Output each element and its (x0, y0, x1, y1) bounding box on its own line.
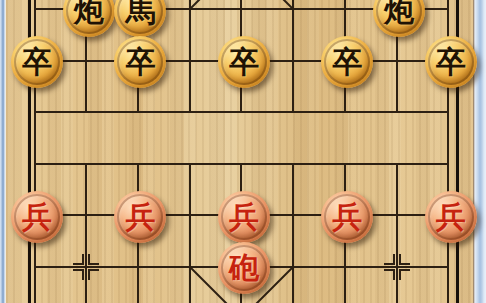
piece-red-soldier[interactable]: 兵 (218, 191, 270, 243)
piece-black-horse[interactable]: 馬 (114, 0, 166, 37)
piece-glyph: 炮 (74, 0, 104, 26)
file-line-3-lower (189, 163, 191, 303)
piece-glyph: 砲 (229, 253, 259, 283)
marker-corner-tr (88, 254, 99, 265)
piece-red-soldier[interactable]: 兵 (114, 191, 166, 243)
piece-glyph: 卒 (125, 47, 155, 77)
piece-red-soldier[interactable]: 兵 (425, 191, 477, 243)
piece-red-soldier[interactable]: 兵 (321, 191, 373, 243)
marker-corner-tr (399, 254, 410, 265)
marker-corner-bl (384, 269, 395, 280)
file-line-7-lower (396, 163, 398, 303)
piece-glyph: 兵 (332, 202, 362, 232)
file-line-5-upper (292, 0, 294, 113)
piece-glyph: 兵 (125, 202, 155, 232)
piece-glyph: 卒 (229, 47, 259, 77)
piece-glyph: 卒 (332, 47, 362, 77)
piece-glyph: 炮 (384, 0, 414, 26)
marker-corner-br (399, 269, 410, 280)
piece-black-soldier[interactable]: 卒 (114, 36, 166, 88)
piece-red-soldier[interactable]: 兵 (11, 191, 63, 243)
piece-glyph: 馬 (125, 0, 155, 26)
xiangqi-board-screenshot: 炮馬炮卒卒卒卒卒兵兵兵兵兵砲 (0, 0, 486, 303)
piece-glyph: 卒 (436, 47, 466, 77)
file-line-5-lower (292, 163, 294, 303)
marker-corner-br (88, 269, 99, 280)
piece-glyph: 兵 (229, 202, 259, 232)
piece-glyph: 兵 (22, 202, 52, 232)
piece-black-cannon[interactable]: 炮 (373, 0, 425, 37)
piece-black-cannon[interactable]: 炮 (63, 0, 115, 37)
piece-black-soldier[interactable]: 卒 (11, 36, 63, 88)
marker-corner-tl (73, 254, 84, 265)
marker-corner-bl (73, 269, 84, 280)
piece-glyph: 卒 (22, 47, 52, 77)
file-line-3-upper (189, 0, 191, 113)
file-line-1-lower (85, 163, 87, 303)
board-overlay: 炮馬炮卒卒卒卒卒兵兵兵兵兵砲 (0, 0, 486, 303)
marker-corner-tl (384, 254, 395, 265)
piece-black-soldier[interactable]: 卒 (218, 36, 270, 88)
piece-black-soldier[interactable]: 卒 (321, 36, 373, 88)
point-marker-f7r7 (384, 254, 410, 280)
point-marker-f1r7 (73, 254, 99, 280)
piece-black-soldier[interactable]: 卒 (425, 36, 477, 88)
piece-glyph: 兵 (436, 202, 466, 232)
piece-red-cannon[interactable]: 砲 (218, 242, 270, 294)
